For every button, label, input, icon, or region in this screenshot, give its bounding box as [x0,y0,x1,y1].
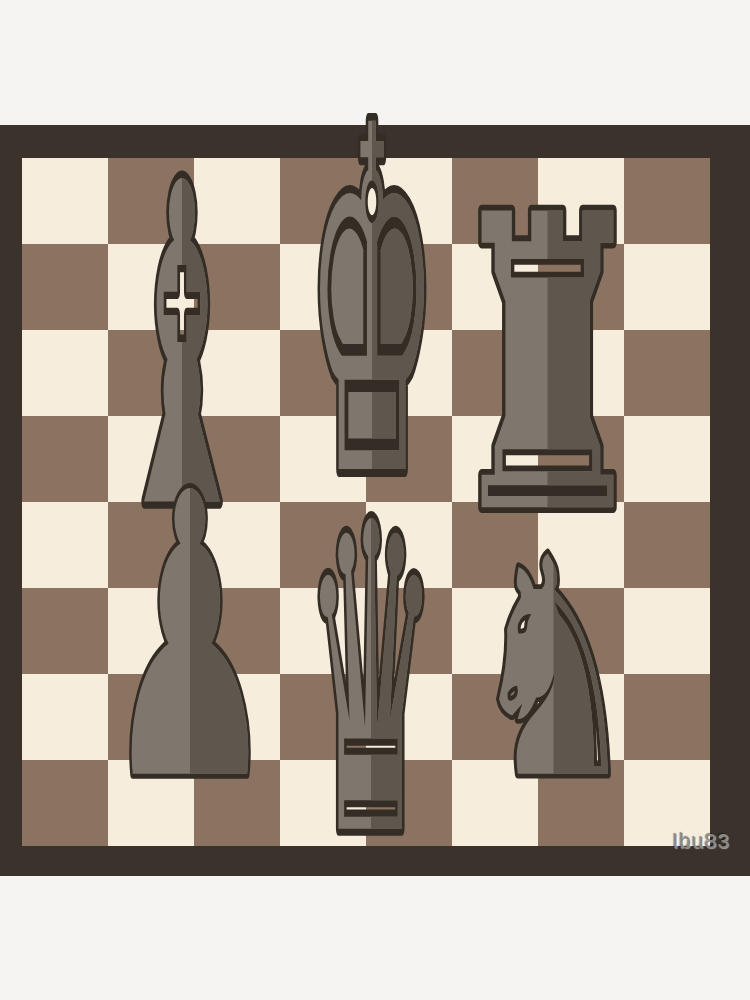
square-c6 [194,330,280,416]
square-d6 [280,330,366,416]
square-d8 [280,158,366,244]
square-g1 [538,760,624,846]
square-a6 [22,330,108,416]
square-h3 [624,588,710,674]
square-h7 [624,244,710,330]
square-g6 [538,330,624,416]
square-f7 [452,244,538,330]
square-b2 [108,674,194,760]
square-g5 [538,416,624,502]
square-a5 [22,416,108,502]
square-f3 [452,588,538,674]
square-f5 [452,416,538,502]
square-b1 [108,760,194,846]
square-f6 [452,330,538,416]
square-f2 [452,674,538,760]
square-a3 [22,588,108,674]
square-b3 [108,588,194,674]
square-c4 [194,502,280,588]
square-d5 [280,416,366,502]
square-e7 [366,244,452,330]
square-b7 [108,244,194,330]
square-g4 [538,502,624,588]
square-e5 [366,416,452,502]
square-h4 [624,502,710,588]
square-b4 [108,502,194,588]
square-c2 [194,674,280,760]
chess-artwork: ♝ ♝ ♝ ♚ ♚ ♚ ♜ ♜ ♜ ♟ ♟ ♟ ♛ ♛ ♛ ♞ ♞ ♞ Ibu8… [0,125,750,876]
square-b5 [108,416,194,502]
square-h8 [624,158,710,244]
square-b8 [108,158,194,244]
square-g8 [538,158,624,244]
square-d4 [280,502,366,588]
square-c5 [194,416,280,502]
square-e2 [366,674,452,760]
square-a7 [22,244,108,330]
square-g2 [538,674,624,760]
square-f8 [452,158,538,244]
square-e8 [366,158,452,244]
square-e3 [366,588,452,674]
square-f4 [452,502,538,588]
square-d2 [280,674,366,760]
square-e1 [366,760,452,846]
square-a4 [22,502,108,588]
square-c8 [194,158,280,244]
square-f1 [452,760,538,846]
square-e4 [366,502,452,588]
square-a2 [22,674,108,760]
square-h2 [624,674,710,760]
watermark-signature: Ibu83 [672,829,730,853]
square-e6 [366,330,452,416]
square-a1 [22,760,108,846]
square-d1 [280,760,366,846]
square-d3 [280,588,366,674]
square-b6 [108,330,194,416]
square-g3 [538,588,624,674]
square-h6 [624,330,710,416]
square-h5 [624,416,710,502]
square-c7 [194,244,280,330]
chess-board [22,158,710,846]
square-c1 [194,760,280,846]
square-d7 [280,244,366,330]
square-g7 [538,244,624,330]
square-c3 [194,588,280,674]
square-a8 [22,158,108,244]
